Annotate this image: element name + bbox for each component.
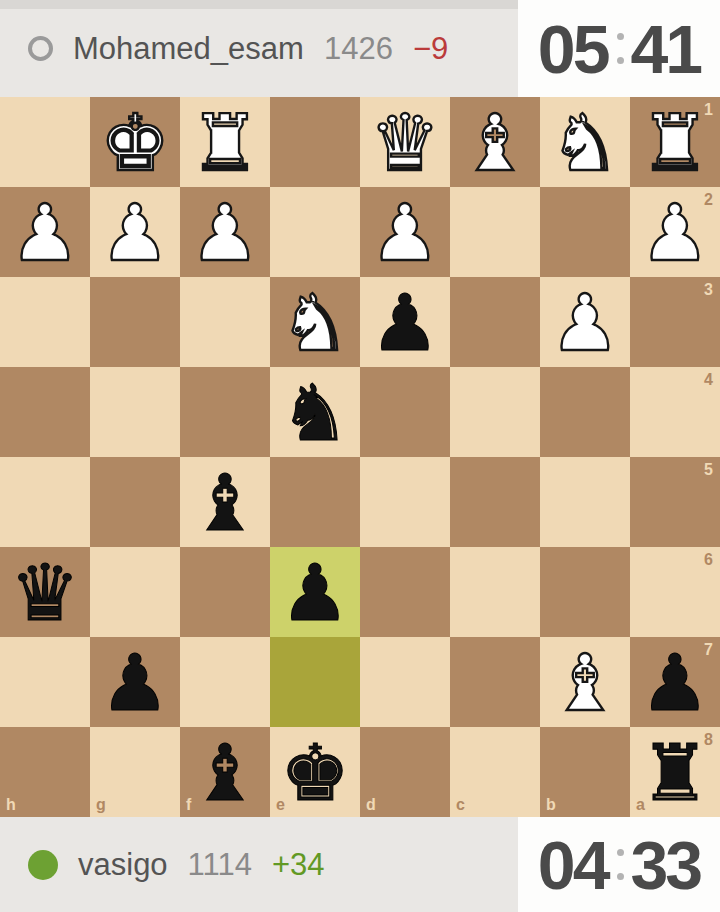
square-d5[interactable] bbox=[360, 457, 450, 547]
square-b6[interactable] bbox=[540, 547, 630, 637]
square-b1[interactable]: ♞ bbox=[540, 97, 630, 187]
square-d2[interactable]: ♟ bbox=[360, 187, 450, 277]
square-f4[interactable] bbox=[180, 367, 270, 457]
square-c2[interactable] bbox=[450, 187, 540, 277]
square-g4[interactable] bbox=[90, 367, 180, 457]
player-rating: 1114 bbox=[188, 847, 252, 883]
square-c7[interactable] bbox=[450, 637, 540, 727]
rank-label-3: 3 bbox=[704, 282, 713, 298]
square-h4[interactable] bbox=[0, 367, 90, 457]
square-h6[interactable]: ♛ bbox=[0, 547, 90, 637]
rank-label-2: 2 bbox=[704, 192, 713, 208]
clock-colon bbox=[617, 33, 624, 64]
black-knight[interactable]: ♞ bbox=[270, 367, 360, 457]
rank-label-8: 8 bbox=[704, 732, 713, 748]
white-pawn[interactable]: ♟ bbox=[180, 187, 270, 277]
square-e5[interactable] bbox=[270, 457, 360, 547]
square-b3[interactable]: ♟ bbox=[540, 277, 630, 367]
square-e6[interactable]: ♟ bbox=[270, 547, 360, 637]
square-e7[interactable] bbox=[270, 637, 360, 727]
file-label-f: f bbox=[186, 797, 191, 813]
square-f8[interactable]: ♝f bbox=[180, 727, 270, 817]
white-queen[interactable]: ♛ bbox=[360, 97, 450, 187]
square-c1[interactable]: ♝ bbox=[450, 97, 540, 187]
online-status-icon bbox=[28, 850, 58, 880]
square-e1[interactable] bbox=[270, 97, 360, 187]
square-b8[interactable]: b bbox=[540, 727, 630, 817]
clock-top-time: 0541 bbox=[538, 10, 700, 88]
white-knight[interactable]: ♞ bbox=[540, 97, 630, 187]
white-king[interactable]: ♚ bbox=[90, 97, 180, 187]
player-bar-top: Mohamed_esam 1426 −9 0541 bbox=[0, 0, 720, 97]
square-e3[interactable]: ♞ bbox=[270, 277, 360, 367]
file-label-g: g bbox=[96, 797, 106, 813]
rank-label-6: 6 bbox=[704, 552, 713, 568]
square-e8[interactable]: ♚e bbox=[270, 727, 360, 817]
player-info-bottom[interactable]: vasigo 1114 +34 bbox=[0, 817, 518, 912]
file-label-a: a bbox=[636, 797, 645, 813]
square-a3[interactable]: 3 bbox=[630, 277, 720, 367]
player-name: vasigo bbox=[78, 847, 168, 883]
square-c3[interactable] bbox=[450, 277, 540, 367]
square-g7[interactable]: ♟ bbox=[90, 637, 180, 727]
square-g5[interactable] bbox=[90, 457, 180, 547]
square-b4[interactable] bbox=[540, 367, 630, 457]
file-label-h: h bbox=[6, 797, 16, 813]
square-d3[interactable]: ♟ bbox=[360, 277, 450, 367]
square-c5[interactable] bbox=[450, 457, 540, 547]
rating-change: +34 bbox=[272, 847, 325, 883]
rank-label-5: 5 bbox=[704, 462, 713, 478]
square-c6[interactable] bbox=[450, 547, 540, 637]
rank-label-4: 4 bbox=[704, 372, 713, 388]
square-g3[interactable] bbox=[90, 277, 180, 367]
square-f3[interactable] bbox=[180, 277, 270, 367]
clock-top: 0541 bbox=[518, 0, 720, 97]
black-bishop[interactable]: ♝ bbox=[180, 457, 270, 547]
white-pawn[interactable]: ♟ bbox=[0, 187, 90, 277]
white-player-circle-icon bbox=[28, 36, 53, 61]
square-d4[interactable] bbox=[360, 367, 450, 457]
white-pawn[interactable]: ♟ bbox=[540, 277, 630, 367]
clock-bottom: 0433 bbox=[518, 817, 720, 912]
square-e2[interactable] bbox=[270, 187, 360, 277]
square-f6[interactable] bbox=[180, 547, 270, 637]
square-f7[interactable] bbox=[180, 637, 270, 727]
square-d1[interactable]: ♛ bbox=[360, 97, 450, 187]
square-e4[interactable]: ♞ bbox=[270, 367, 360, 457]
square-h7[interactable] bbox=[0, 637, 90, 727]
file-label-e: e bbox=[276, 797, 285, 813]
black-pawn[interactable]: ♟ bbox=[270, 547, 360, 637]
square-c8[interactable]: c bbox=[450, 727, 540, 817]
square-h1[interactable] bbox=[0, 97, 90, 187]
square-a4[interactable]: 4 bbox=[630, 367, 720, 457]
player-rating: 1426 bbox=[324, 31, 393, 67]
square-d7[interactable] bbox=[360, 637, 450, 727]
black-pawn[interactable]: ♟ bbox=[360, 277, 450, 367]
square-h8[interactable]: h bbox=[0, 727, 90, 817]
square-c4[interactable] bbox=[450, 367, 540, 457]
square-h3[interactable] bbox=[0, 277, 90, 367]
square-a7[interactable]: ♟7 bbox=[630, 637, 720, 727]
square-b5[interactable] bbox=[540, 457, 630, 547]
rank-label-1: 1 bbox=[704, 102, 713, 118]
square-d6[interactable] bbox=[360, 547, 450, 637]
square-g8[interactable]: g bbox=[90, 727, 180, 817]
square-a1[interactable]: ♜1 bbox=[630, 97, 720, 187]
white-bishop[interactable]: ♝ bbox=[450, 97, 540, 187]
rank-label-7: 7 bbox=[704, 642, 713, 658]
square-b2[interactable] bbox=[540, 187, 630, 277]
chess-board[interactable]: ♚♜♛♝♞♜1♟♟♟♟♟2♞♟♟3♞4♝5♛♟6♟♝♟7hg♝f♚edcb♜8a bbox=[0, 97, 720, 817]
square-h2[interactable]: ♟ bbox=[0, 187, 90, 277]
player-info-top[interactable]: Mohamed_esam 1426 −9 bbox=[0, 0, 518, 97]
clock-colon bbox=[617, 849, 624, 880]
file-label-c: c bbox=[456, 797, 465, 813]
clock-bottom-time: 0433 bbox=[538, 826, 700, 904]
black-pawn[interactable]: ♟ bbox=[90, 637, 180, 727]
white-pawn[interactable]: ♟ bbox=[90, 187, 180, 277]
square-a5[interactable]: 5 bbox=[630, 457, 720, 547]
square-a6[interactable]: 6 bbox=[630, 547, 720, 637]
square-f2[interactable]: ♟ bbox=[180, 187, 270, 277]
square-d8[interactable]: d bbox=[360, 727, 450, 817]
player-name: Mohamed_esam bbox=[73, 31, 304, 67]
white-rook[interactable]: ♜ bbox=[180, 97, 270, 187]
square-g2[interactable]: ♟ bbox=[90, 187, 180, 277]
player-bar-bottom: vasigo 1114 +34 0433 bbox=[0, 817, 720, 912]
square-g1[interactable]: ♚ bbox=[90, 97, 180, 187]
white-knight[interactable]: ♞ bbox=[270, 277, 360, 367]
white-bishop[interactable]: ♝ bbox=[540, 637, 630, 727]
square-b7[interactable]: ♝ bbox=[540, 637, 630, 727]
rating-change: −9 bbox=[413, 31, 448, 67]
square-g6[interactable] bbox=[90, 547, 180, 637]
square-a2[interactable]: ♟2 bbox=[630, 187, 720, 277]
black-queen[interactable]: ♛ bbox=[0, 547, 90, 637]
white-pawn[interactable]: ♟ bbox=[360, 187, 450, 277]
square-f5[interactable]: ♝ bbox=[180, 457, 270, 547]
black-bishop[interactable]: ♝ bbox=[180, 727, 270, 817]
square-a8[interactable]: ♜8a bbox=[630, 727, 720, 817]
file-label-b: b bbox=[546, 797, 556, 813]
file-label-d: d bbox=[366, 797, 376, 813]
square-f1[interactable]: ♜ bbox=[180, 97, 270, 187]
square-h5[interactable] bbox=[0, 457, 90, 547]
